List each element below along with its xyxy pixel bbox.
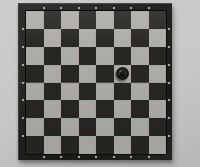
square-f8[interactable] [114, 11, 132, 29]
square-b4[interactable] [44, 83, 62, 101]
frame-pin-right-3 [168, 64, 170, 66]
square-a5[interactable] [26, 65, 44, 83]
square-d4[interactable] [79, 83, 97, 101]
frame-pin-left-6 [22, 117, 24, 119]
square-f3[interactable] [114, 100, 132, 118]
frame-pin-top-1 [43, 7, 45, 9]
square-a4[interactable] [26, 83, 44, 101]
square-c5[interactable] [61, 65, 79, 83]
square-c6[interactable] [61, 47, 79, 65]
frame-pin-left-5 [22, 99, 24, 101]
frame-pin-bottom-7 [148, 156, 150, 158]
frame-pin-bottom-5 [113, 156, 115, 158]
square-d8[interactable] [79, 11, 97, 29]
frame-pin-top-6 [130, 7, 132, 9]
square-b7[interactable] [44, 29, 62, 47]
frame-pin-right-1 [168, 28, 170, 30]
square-c4[interactable] [61, 83, 79, 101]
frame-pin-left-2 [22, 46, 24, 48]
square-f1[interactable] [114, 136, 132, 154]
frame-pin-bottom-1 [43, 156, 45, 158]
square-h4[interactable] [149, 83, 167, 101]
frame-pin-left-7 [22, 135, 24, 137]
square-b6[interactable] [44, 47, 62, 65]
square-b2[interactable] [44, 118, 62, 136]
frame-pin-bottom-3 [78, 156, 80, 158]
square-h2[interactable] [149, 118, 167, 136]
square-a3[interactable] [26, 100, 44, 118]
square-c8[interactable] [61, 11, 79, 29]
square-c1[interactable] [61, 136, 79, 154]
square-e6[interactable] [96, 47, 114, 65]
square-h8[interactable] [149, 11, 167, 29]
square-d7[interactable] [79, 29, 97, 47]
square-a2[interactable] [26, 118, 44, 136]
square-f6[interactable] [114, 47, 132, 65]
square-g4[interactable] [131, 83, 149, 101]
frame-pin-right-6 [168, 117, 170, 119]
square-c2[interactable] [61, 118, 79, 136]
square-g7[interactable] [131, 29, 149, 47]
square-e5[interactable] [96, 65, 114, 83]
piece-black-pawn-f5[interactable]: ♟ [116, 67, 129, 80]
square-b1[interactable] [44, 136, 62, 154]
frame-pin-top-2 [60, 7, 62, 9]
square-g3[interactable] [131, 100, 149, 118]
square-h6[interactable] [149, 47, 167, 65]
square-e3[interactable] [96, 100, 114, 118]
square-c3[interactable] [61, 100, 79, 118]
square-b8[interactable] [44, 11, 62, 29]
frame-pin-top-3 [78, 7, 80, 9]
square-d2[interactable] [79, 118, 97, 136]
frame-pin-bottom-4 [95, 156, 97, 158]
square-c7[interactable] [61, 29, 79, 47]
square-d5[interactable] [79, 65, 97, 83]
square-f2[interactable] [114, 118, 132, 136]
frame-pin-right-5 [168, 99, 170, 101]
square-e2[interactable] [96, 118, 114, 136]
frame-pin-right-2 [168, 46, 170, 48]
square-b3[interactable] [44, 100, 62, 118]
square-a8[interactable] [26, 11, 44, 29]
square-e7[interactable] [96, 29, 114, 47]
frame-pin-right-7 [168, 135, 170, 137]
frame-pin-top-5 [113, 7, 115, 9]
frame-pin-left-3 [22, 64, 24, 66]
square-d1[interactable] [79, 136, 97, 154]
frame-pin-bottom-2 [60, 156, 62, 158]
square-a6[interactable] [26, 47, 44, 65]
square-a7[interactable] [26, 29, 44, 47]
square-h1[interactable] [149, 136, 167, 154]
chess-board-frame: ♟ [18, 3, 172, 160]
black-pawn-glyph: ♟ [116, 67, 129, 80]
board-fold-seam [19, 82, 171, 83]
square-e4[interactable] [96, 83, 114, 101]
square-f5[interactable]: ♟ [114, 65, 132, 83]
photo-background: ♟ [0, 0, 200, 167]
square-g5[interactable] [131, 65, 149, 83]
frame-pin-top-7 [148, 7, 150, 9]
square-e8[interactable] [96, 11, 114, 29]
square-a1[interactable] [26, 136, 44, 154]
frame-pin-bottom-6 [130, 156, 132, 158]
square-e1[interactable] [96, 136, 114, 154]
square-h7[interactable] [149, 29, 167, 47]
square-g2[interactable] [131, 118, 149, 136]
frame-pin-top-4 [95, 7, 97, 9]
square-g6[interactable] [131, 47, 149, 65]
square-f7[interactable] [114, 29, 132, 47]
square-d6[interactable] [79, 47, 97, 65]
square-b5[interactable] [44, 65, 62, 83]
square-g8[interactable] [131, 11, 149, 29]
square-h3[interactable] [149, 100, 167, 118]
square-h5[interactable] [149, 65, 167, 83]
frame-pin-left-1 [22, 28, 24, 30]
square-f4[interactable] [114, 83, 132, 101]
square-g1[interactable] [131, 136, 149, 154]
square-d3[interactable] [79, 100, 97, 118]
